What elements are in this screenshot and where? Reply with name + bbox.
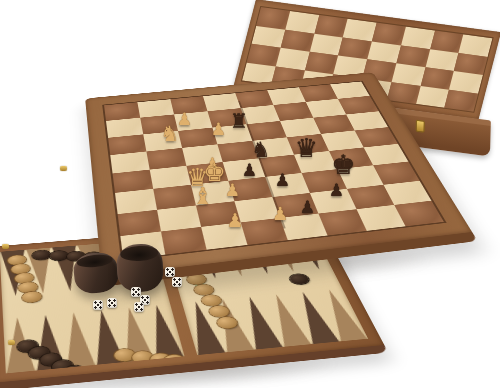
- leather-dice-cup: [116, 243, 164, 293]
- die: [93, 300, 103, 310]
- backgammon-checker-light: [162, 354, 184, 368]
- board-square: [445, 89, 479, 111]
- chess-squares: [104, 82, 444, 260]
- brass-hinge-icon: [2, 244, 9, 249]
- brass-latch-icon: [416, 120, 425, 133]
- die: [172, 277, 182, 287]
- brass-hinge-icon: [8, 340, 15, 345]
- die: [134, 302, 144, 312]
- die: [107, 298, 117, 308]
- board-square: [201, 222, 247, 249]
- board-square: [161, 227, 207, 255]
- die: [165, 267, 175, 277]
- product-photo-scene: ♟♞♟♜♞♛♚♟♛♚♟♟♝♟♟♟♟♟: [0, 0, 500, 388]
- brass-hinge-icon: [60, 166, 67, 171]
